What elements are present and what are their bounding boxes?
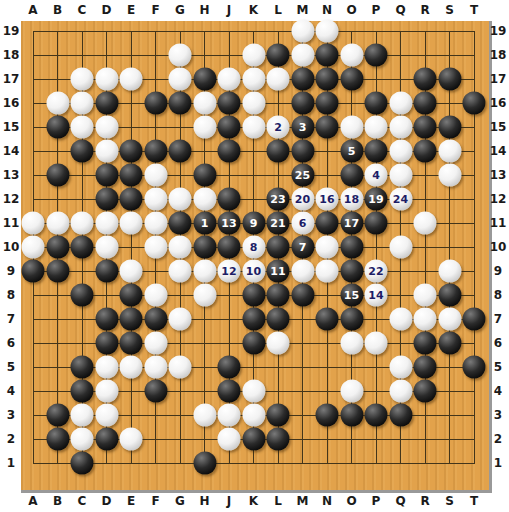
grid-line-vertical (131, 31, 132, 464)
stone-black[interactable] (340, 260, 363, 283)
stone-black[interactable] (120, 164, 143, 187)
stone-black[interactable] (95, 428, 118, 451)
stone-white[interactable] (340, 380, 363, 403)
col-label-bottom: L (274, 494, 282, 508)
stone-black[interactable] (340, 308, 363, 331)
move-number-label: 16 (319, 194, 334, 205)
stone-black[interactable]: 5 (340, 140, 363, 163)
stone-white[interactable] (291, 20, 314, 43)
stone-black[interactable] (316, 308, 339, 331)
stone-white[interactable] (389, 164, 412, 187)
col-label-bottom: A (28, 494, 37, 508)
stone-white[interactable] (95, 212, 118, 235)
stone-white[interactable] (267, 68, 290, 91)
stone-white[interactable]: 4 (365, 164, 388, 187)
stone-black[interactable] (95, 332, 118, 355)
grid-line-vertical (449, 31, 450, 464)
stone-black[interactable]: 17 (340, 212, 363, 235)
stone-black[interactable] (242, 284, 265, 307)
stone-white[interactable] (46, 212, 69, 235)
stone-black[interactable] (144, 308, 167, 331)
move-number-label: 4 (372, 170, 380, 181)
stone-black[interactable] (218, 116, 241, 139)
stone-white[interactable] (340, 332, 363, 355)
stone-white[interactable] (242, 380, 265, 403)
stone-white[interactable]: 22 (365, 260, 388, 283)
move-number-label: 13 (221, 218, 236, 229)
col-label-bottom: F (151, 494, 159, 508)
stone-white[interactable]: 18 (340, 188, 363, 211)
stone-white[interactable] (414, 212, 437, 235)
row-label-left: 2 (7, 432, 15, 446)
stone-white[interactable] (71, 116, 94, 139)
col-label-bottom: K (249, 494, 258, 508)
row-label-right: 7 (494, 312, 502, 326)
stone-white[interactable] (414, 308, 437, 331)
stone-white[interactable] (95, 140, 118, 163)
stone-black[interactable] (95, 188, 118, 211)
move-number-label: 23 (270, 194, 285, 205)
stone-white[interactable] (218, 428, 241, 451)
stone-white[interactable] (438, 260, 461, 283)
stone-white[interactable] (316, 20, 339, 43)
stone-white[interactable] (242, 92, 265, 115)
row-label-right: 4 (494, 384, 502, 398)
row-label-right: 6 (494, 336, 502, 350)
stone-black[interactable]: 15 (340, 284, 363, 307)
stone-black[interactable] (95, 164, 118, 187)
stone-black[interactable] (340, 68, 363, 91)
row-label-left: 13 (3, 168, 20, 182)
stone-black[interactable] (71, 236, 94, 259)
stone-white[interactable] (71, 212, 94, 235)
move-number-label: 8 (250, 242, 258, 253)
move-number-label: 17 (344, 218, 359, 229)
stone-black[interactable] (291, 140, 314, 163)
stone-black[interactable] (438, 68, 461, 91)
stone-black[interactable]: 11 (267, 260, 290, 283)
stone-white[interactable] (169, 356, 192, 379)
stone-white[interactable]: 14 (365, 284, 388, 307)
row-label-left: 1 (7, 456, 15, 470)
stone-black[interactable] (71, 140, 94, 163)
col-label-top: O (346, 3, 356, 17)
col-label-top: H (199, 3, 209, 17)
stone-white[interactable] (95, 116, 118, 139)
stone-black[interactable] (169, 140, 192, 163)
stone-white[interactable] (291, 260, 314, 283)
col-label-bottom: S (445, 494, 454, 508)
row-label-right: 8 (494, 288, 502, 302)
stone-white[interactable] (242, 68, 265, 91)
stone-white[interactable] (22, 212, 45, 235)
stone-white[interactable] (95, 236, 118, 259)
col-label-bottom: G (175, 494, 185, 508)
stone-black[interactable] (71, 356, 94, 379)
stone-black[interactable] (267, 236, 290, 259)
stone-white[interactable] (71, 68, 94, 91)
stone-black[interactable] (463, 92, 486, 115)
col-label-bottom: P (372, 494, 381, 508)
stone-black[interactable] (340, 164, 363, 187)
stone-white[interactable] (340, 44, 363, 67)
stone-black[interactable] (218, 188, 241, 211)
stone-white[interactable] (438, 140, 461, 163)
stone-black[interactable] (316, 116, 339, 139)
stone-black[interactable] (120, 284, 143, 307)
stone-white[interactable] (193, 404, 216, 427)
stone-white[interactable] (193, 116, 216, 139)
stone-black[interactable] (242, 428, 265, 451)
col-label-top: G (175, 3, 185, 17)
stone-black[interactable] (169, 212, 192, 235)
row-label-left: 7 (7, 312, 15, 326)
stone-white[interactable]: 20 (291, 188, 314, 211)
stone-white[interactable] (120, 212, 143, 235)
stone-white[interactable] (120, 356, 143, 379)
col-label-top: S (445, 3, 454, 17)
stone-black[interactable] (193, 68, 216, 91)
stone-black[interactable] (71, 380, 94, 403)
stone-white[interactable] (169, 308, 192, 331)
move-number-label: 2 (274, 122, 282, 133)
row-label-right: 18 (490, 48, 507, 62)
stone-black[interactable] (414, 92, 437, 115)
col-label-top: B (53, 3, 62, 17)
stone-white[interactable] (120, 428, 143, 451)
col-label-bottom: O (346, 494, 356, 508)
stone-black[interactable] (414, 68, 437, 91)
stone-white[interactable] (193, 188, 216, 211)
stone-white[interactable] (365, 116, 388, 139)
stone-white[interactable]: 12 (218, 260, 241, 283)
move-number-label: 15 (344, 290, 359, 301)
row-label-right: 11 (490, 216, 507, 230)
stone-black[interactable] (46, 164, 69, 187)
row-label-right: 1 (494, 456, 502, 470)
row-label-right: 2 (494, 432, 502, 446)
go-board-screenshot: 2352542320161819241139216178712101122151… (0, 0, 509, 512)
row-label-right: 19 (490, 24, 507, 38)
stone-black[interactable] (242, 332, 265, 355)
col-label-bottom: T (470, 494, 478, 508)
stone-white[interactable] (316, 236, 339, 259)
stone-black[interactable] (414, 356, 437, 379)
stone-black[interactable] (438, 284, 461, 307)
col-label-bottom: N (322, 494, 332, 508)
stone-black[interactable] (463, 356, 486, 379)
stone-black[interactable] (267, 428, 290, 451)
col-label-top: N (322, 3, 332, 17)
stone-white[interactable] (340, 116, 363, 139)
stone-black[interactable] (22, 260, 45, 283)
stone-black[interactable]: 23 (267, 188, 290, 211)
stone-black[interactable] (267, 140, 290, 163)
col-label-top: C (78, 3, 87, 17)
stone-white[interactable] (193, 260, 216, 283)
stone-black[interactable] (267, 284, 290, 307)
stone-white[interactable] (389, 140, 412, 163)
stone-white[interactable] (71, 428, 94, 451)
stone-black[interactable] (316, 68, 339, 91)
move-number-label: 1 (201, 218, 209, 229)
stone-white[interactable] (144, 212, 167, 235)
col-label-top: Q (395, 3, 405, 17)
stone-black[interactable] (193, 164, 216, 187)
stone-black[interactable] (120, 308, 143, 331)
move-number-label: 20 (295, 194, 310, 205)
move-number-label: 22 (368, 266, 383, 277)
stone-white[interactable] (389, 308, 412, 331)
stone-white[interactable]: 6 (291, 212, 314, 235)
move-number-label: 19 (368, 194, 383, 205)
stone-black[interactable] (242, 308, 265, 331)
stone-white[interactable] (242, 116, 265, 139)
stone-black[interactable] (95, 92, 118, 115)
row-label-right: 3 (494, 408, 502, 422)
grid-line-horizontal (33, 463, 475, 464)
stone-black[interactable] (365, 212, 388, 235)
move-number-label: 6 (299, 218, 307, 229)
stone-white[interactable] (144, 188, 167, 211)
stone-white[interactable] (46, 92, 69, 115)
row-label-left: 6 (7, 336, 15, 350)
stone-black[interactable] (267, 404, 290, 427)
stone-black[interactable] (316, 92, 339, 115)
col-label-bottom: Q (395, 494, 405, 508)
move-number-label: 24 (393, 194, 408, 205)
stone-black[interactable] (463, 308, 486, 331)
stone-white[interactable] (218, 68, 241, 91)
row-label-left: 17 (3, 72, 20, 86)
stone-white[interactable] (218, 404, 241, 427)
stone-white[interactable] (71, 92, 94, 115)
stone-white[interactable] (71, 404, 94, 427)
stone-black[interactable] (438, 332, 461, 355)
move-number-label: 11 (270, 266, 285, 277)
stone-black[interactable] (438, 116, 461, 139)
move-number-label: 18 (344, 194, 359, 205)
stone-white[interactable] (120, 260, 143, 283)
stone-black[interactable] (218, 140, 241, 163)
col-label-bottom: R (420, 494, 429, 508)
stone-black[interactable] (291, 92, 314, 115)
stone-black[interactable] (169, 92, 192, 115)
stone-white[interactable] (414, 284, 437, 307)
row-label-left: 4 (7, 384, 15, 398)
stone-white[interactable] (389, 356, 412, 379)
col-label-bottom: B (53, 494, 62, 508)
move-number-label: 5 (348, 146, 356, 157)
stone-white[interactable] (95, 68, 118, 91)
row-label-right: 9 (494, 264, 502, 278)
stone-black[interactable] (120, 140, 143, 163)
stone-black[interactable] (46, 116, 69, 139)
stone-white[interactable] (144, 284, 167, 307)
col-label-top: A (28, 3, 37, 17)
stone-white[interactable] (22, 236, 45, 259)
stone-black[interactable]: 1 (193, 212, 216, 235)
col-label-bottom: E (127, 494, 135, 508)
stone-black[interactable] (120, 332, 143, 355)
stone-white[interactable] (389, 116, 412, 139)
stone-black[interactable] (316, 44, 339, 67)
row-label-right: 5 (494, 360, 502, 374)
stone-white[interactable] (193, 92, 216, 115)
stone-black[interactable] (144, 380, 167, 403)
stone-white[interactable]: 2 (267, 116, 290, 139)
stone-black[interactable] (414, 380, 437, 403)
move-number-label: 21 (270, 218, 285, 229)
stone-white[interactable]: 8 (242, 236, 265, 259)
row-label-left: 3 (7, 408, 15, 422)
stone-black[interactable] (144, 140, 167, 163)
stone-black[interactable]: 19 (365, 188, 388, 211)
stone-black[interactable]: 9 (242, 212, 265, 235)
stone-white[interactable] (365, 332, 388, 355)
row-label-right: 17 (490, 72, 507, 86)
stone-white[interactable] (169, 44, 192, 67)
stone-white[interactable] (316, 260, 339, 283)
stone-white[interactable] (438, 164, 461, 187)
stone-white[interactable] (291, 44, 314, 67)
stone-black[interactable] (365, 404, 388, 427)
move-number-label: 25 (295, 170, 310, 181)
stone-white[interactable] (389, 380, 412, 403)
stone-white[interactable]: 16 (316, 188, 339, 211)
col-label-bottom: D (102, 494, 112, 508)
stone-black[interactable] (193, 236, 216, 259)
stone-black[interactable] (340, 404, 363, 427)
stone-white[interactable] (144, 356, 167, 379)
row-label-left: 14 (3, 144, 20, 158)
stone-black[interactable]: 25 (291, 164, 314, 187)
stone-white[interactable] (267, 332, 290, 355)
goban: 2352542320161819241139216178712101122151… (21, 21, 492, 493)
stone-white[interactable] (144, 236, 167, 259)
row-label-right: 16 (490, 96, 507, 110)
stone-black[interactable] (365, 44, 388, 67)
stone-black[interactable] (267, 44, 290, 67)
row-label-left: 12 (3, 192, 20, 206)
row-label-right: 10 (490, 240, 507, 254)
stone-black[interactable] (291, 284, 314, 307)
stone-black[interactable] (46, 428, 69, 451)
stone-black[interactable] (414, 140, 437, 163)
row-label-left: 18 (3, 48, 20, 62)
stone-white[interactable] (193, 284, 216, 307)
row-label-left: 10 (3, 240, 20, 254)
stone-white[interactable] (242, 404, 265, 427)
stone-white[interactable] (438, 308, 461, 331)
stone-black[interactable] (71, 452, 94, 475)
stone-black[interactable]: 13 (218, 212, 241, 235)
stone-white[interactable] (169, 68, 192, 91)
stone-white[interactable] (169, 188, 192, 211)
stone-black[interactable] (365, 92, 388, 115)
stone-black[interactable] (193, 452, 216, 475)
col-label-top: J (227, 3, 231, 17)
stone-white[interactable] (144, 164, 167, 187)
col-label-top: T (470, 3, 478, 17)
stone-black[interactable] (144, 92, 167, 115)
stone-black[interactable] (414, 116, 437, 139)
col-label-top: P (372, 3, 381, 17)
stone-white[interactable]: 24 (389, 188, 412, 211)
stone-black[interactable] (291, 68, 314, 91)
stone-black[interactable]: 21 (267, 212, 290, 235)
stone-black[interactable] (218, 236, 241, 259)
row-label-right: 15 (490, 120, 507, 134)
stone-white[interactable]: 10 (242, 260, 265, 283)
stone-black[interactable] (316, 212, 339, 235)
stone-black[interactable] (120, 188, 143, 211)
stone-black[interactable] (95, 308, 118, 331)
stone-black[interactable] (316, 404, 339, 427)
row-label-left: 5 (7, 360, 15, 374)
stone-black[interactable]: 7 (291, 236, 314, 259)
col-label-bottom: M (297, 494, 309, 508)
stone-white[interactable] (169, 236, 192, 259)
stone-black[interactable] (267, 308, 290, 331)
stone-black[interactable] (218, 356, 241, 379)
stone-black[interactable] (218, 380, 241, 403)
row-label-right: 13 (490, 168, 507, 182)
stone-white[interactable] (95, 356, 118, 379)
move-number-label: 10 (246, 266, 261, 277)
stone-black[interactable]: 3 (291, 116, 314, 139)
stone-white[interactable] (169, 260, 192, 283)
move-number-label: 14 (368, 290, 383, 301)
row-label-left: 16 (3, 96, 20, 110)
col-label-bottom: C (78, 494, 87, 508)
stone-black[interactable] (365, 140, 388, 163)
row-label-right: 12 (490, 192, 507, 206)
grid-line-horizontal (33, 31, 475, 32)
stone-white[interactable] (242, 44, 265, 67)
stone-white[interactable] (389, 92, 412, 115)
col-label-top: K (249, 3, 258, 17)
col-label-bottom: J (227, 494, 231, 508)
move-number-label: 3 (299, 122, 307, 133)
row-label-left: 15 (3, 120, 20, 134)
col-label-top: M (297, 3, 309, 17)
stone-white[interactable] (389, 236, 412, 259)
stone-black[interactable] (95, 260, 118, 283)
stone-black[interactable] (414, 332, 437, 355)
stone-black[interactable] (340, 236, 363, 259)
stone-black[interactable] (71, 284, 94, 307)
stone-white[interactable] (144, 332, 167, 355)
stone-black[interactable] (46, 260, 69, 283)
stone-white[interactable] (95, 380, 118, 403)
move-number-label: 7 (299, 242, 307, 253)
col-label-top: F (151, 3, 159, 17)
move-number-label: 9 (250, 218, 258, 229)
stone-black[interactable] (46, 404, 69, 427)
stone-black[interactable] (46, 236, 69, 259)
col-label-bottom: H (199, 494, 209, 508)
stone-white[interactable] (120, 68, 143, 91)
row-label-right: 14 (490, 144, 507, 158)
col-label-top: L (274, 3, 282, 17)
stone-black[interactable] (218, 92, 241, 115)
stone-black[interactable] (389, 404, 412, 427)
move-number-label: 12 (221, 266, 236, 277)
col-label-top: D (102, 3, 112, 17)
stone-white[interactable] (95, 404, 118, 427)
row-label-left: 19 (3, 24, 20, 38)
